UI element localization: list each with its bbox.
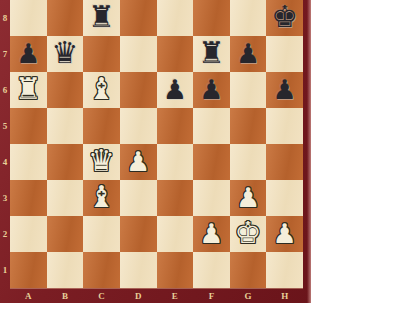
square-h6[interactable]: ♟ bbox=[266, 72, 303, 108]
square-a8[interactable] bbox=[10, 0, 47, 36]
square-e1[interactable] bbox=[157, 252, 194, 288]
square-f3[interactable] bbox=[193, 180, 230, 216]
square-b5[interactable] bbox=[47, 108, 84, 144]
piece-white-pawn-h2: ♟ bbox=[273, 220, 297, 247]
piece-black-pawn-g7: ♟ bbox=[236, 40, 260, 67]
square-e7[interactable] bbox=[157, 36, 194, 72]
piece-black-queen-b7: ♛ bbox=[51, 38, 78, 68]
square-h8[interactable]: ♚ bbox=[266, 0, 303, 36]
square-c1[interactable] bbox=[83, 252, 120, 288]
rank-label-4: 4 bbox=[0, 144, 10, 180]
rank-labels: 87654321 bbox=[0, 0, 10, 288]
square-e8[interactable] bbox=[157, 0, 194, 36]
rank-label-1: 1 bbox=[0, 252, 10, 288]
square-e4[interactable] bbox=[157, 144, 194, 180]
square-h3[interactable] bbox=[266, 180, 303, 216]
square-b6[interactable] bbox=[47, 72, 84, 108]
square-c3[interactable]: ♝ bbox=[83, 180, 120, 216]
square-d5[interactable] bbox=[120, 108, 157, 144]
file-label-f: F bbox=[193, 289, 230, 303]
square-g7[interactable]: ♟ bbox=[230, 36, 267, 72]
board-squares: ♜♚♟♛♜♟♜♝♟♟♟♛♟♝♟♟♚♟ bbox=[10, 0, 303, 288]
square-c7[interactable] bbox=[83, 36, 120, 72]
square-d6[interactable] bbox=[120, 72, 157, 108]
rank-label-7: 7 bbox=[0, 36, 10, 72]
square-d4[interactable]: ♟ bbox=[120, 144, 157, 180]
square-d2[interactable] bbox=[120, 216, 157, 252]
square-f7[interactable]: ♜ bbox=[193, 36, 230, 72]
piece-white-pawn-d4: ♟ bbox=[126, 148, 150, 175]
square-g6[interactable] bbox=[230, 72, 267, 108]
square-f8[interactable] bbox=[193, 0, 230, 36]
piece-black-rook-f7: ♜ bbox=[198, 38, 225, 68]
page: 87654321 ♜♚♟♛♜♟♜♝♟♟♟♛♟♝♟♟♚♟ ABCDEFGH bbox=[0, 0, 414, 311]
file-label-g: G bbox=[230, 289, 267, 303]
piece-black-king-h8: ♚ bbox=[271, 2, 298, 32]
square-h2[interactable]: ♟ bbox=[266, 216, 303, 252]
file-label-a: A bbox=[10, 289, 47, 303]
piece-white-king-g2: ♚ bbox=[235, 218, 262, 248]
square-d3[interactable] bbox=[120, 180, 157, 216]
square-h7[interactable] bbox=[266, 36, 303, 72]
piece-black-pawn-a7: ♟ bbox=[16, 40, 40, 67]
piece-white-bishop-c6: ♝ bbox=[88, 74, 115, 104]
file-label-d: D bbox=[120, 289, 157, 303]
square-h5[interactable] bbox=[266, 108, 303, 144]
square-c8[interactable]: ♜ bbox=[83, 0, 120, 36]
rank-label-5: 5 bbox=[0, 108, 10, 144]
square-h1[interactable] bbox=[266, 252, 303, 288]
square-b3[interactable] bbox=[47, 180, 84, 216]
square-f4[interactable] bbox=[193, 144, 230, 180]
piece-white-bishop-c3: ♝ bbox=[88, 182, 115, 212]
square-f5[interactable] bbox=[193, 108, 230, 144]
square-d1[interactable] bbox=[120, 252, 157, 288]
square-d7[interactable] bbox=[120, 36, 157, 72]
piece-black-rook-c8: ♜ bbox=[88, 2, 115, 32]
rank-label-8: 8 bbox=[0, 0, 10, 36]
file-label-e: E bbox=[157, 289, 194, 303]
square-g2[interactable]: ♚ bbox=[230, 216, 267, 252]
file-label-c: C bbox=[83, 289, 120, 303]
square-c2[interactable] bbox=[83, 216, 120, 252]
square-a4[interactable] bbox=[10, 144, 47, 180]
square-c5[interactable] bbox=[83, 108, 120, 144]
piece-white-rook-a6: ♜ bbox=[15, 74, 42, 104]
square-a6[interactable]: ♜ bbox=[10, 72, 47, 108]
square-a1[interactable] bbox=[10, 252, 47, 288]
square-e5[interactable] bbox=[157, 108, 194, 144]
piece-white-pawn-g3: ♟ bbox=[236, 184, 260, 211]
file-labels: ABCDEFGH bbox=[10, 288, 303, 303]
piece-white-pawn-f2: ♟ bbox=[199, 220, 223, 247]
square-a7[interactable]: ♟ bbox=[10, 36, 47, 72]
square-e6[interactable]: ♟ bbox=[157, 72, 194, 108]
rank-label-2: 2 bbox=[0, 216, 10, 252]
square-b7[interactable]: ♛ bbox=[47, 36, 84, 72]
piece-black-pawn-h6: ♟ bbox=[273, 76, 297, 103]
square-f1[interactable] bbox=[193, 252, 230, 288]
square-f2[interactable]: ♟ bbox=[193, 216, 230, 252]
square-a3[interactable] bbox=[10, 180, 47, 216]
square-a2[interactable] bbox=[10, 216, 47, 252]
piece-black-pawn-f6: ♟ bbox=[199, 76, 223, 103]
square-b2[interactable] bbox=[47, 216, 84, 252]
chess-board: 87654321 ♜♚♟♛♜♟♜♝♟♟♟♛♟♝♟♟♚♟ ABCDEFGH bbox=[0, 0, 311, 303]
square-g4[interactable] bbox=[230, 144, 267, 180]
square-a5[interactable] bbox=[10, 108, 47, 144]
square-g8[interactable] bbox=[230, 0, 267, 36]
square-d8[interactable] bbox=[120, 0, 157, 36]
square-b8[interactable] bbox=[47, 0, 84, 36]
rank-label-3: 3 bbox=[0, 180, 10, 216]
square-c4[interactable]: ♛ bbox=[83, 144, 120, 180]
square-h4[interactable] bbox=[266, 144, 303, 180]
file-label-b: B bbox=[47, 289, 84, 303]
square-b1[interactable] bbox=[47, 252, 84, 288]
square-b4[interactable] bbox=[47, 144, 84, 180]
piece-white-queen-c4: ♛ bbox=[88, 146, 115, 176]
square-g1[interactable] bbox=[230, 252, 267, 288]
square-e2[interactable] bbox=[157, 216, 194, 252]
file-label-h: H bbox=[266, 289, 303, 303]
rank-label-6: 6 bbox=[0, 72, 10, 108]
square-f6[interactable]: ♟ bbox=[193, 72, 230, 108]
piece-black-pawn-e6: ♟ bbox=[163, 76, 187, 103]
square-e3[interactable] bbox=[157, 180, 194, 216]
square-g5[interactable] bbox=[230, 108, 267, 144]
square-c6[interactable]: ♝ bbox=[83, 72, 120, 108]
square-g3[interactable]: ♟ bbox=[230, 180, 267, 216]
